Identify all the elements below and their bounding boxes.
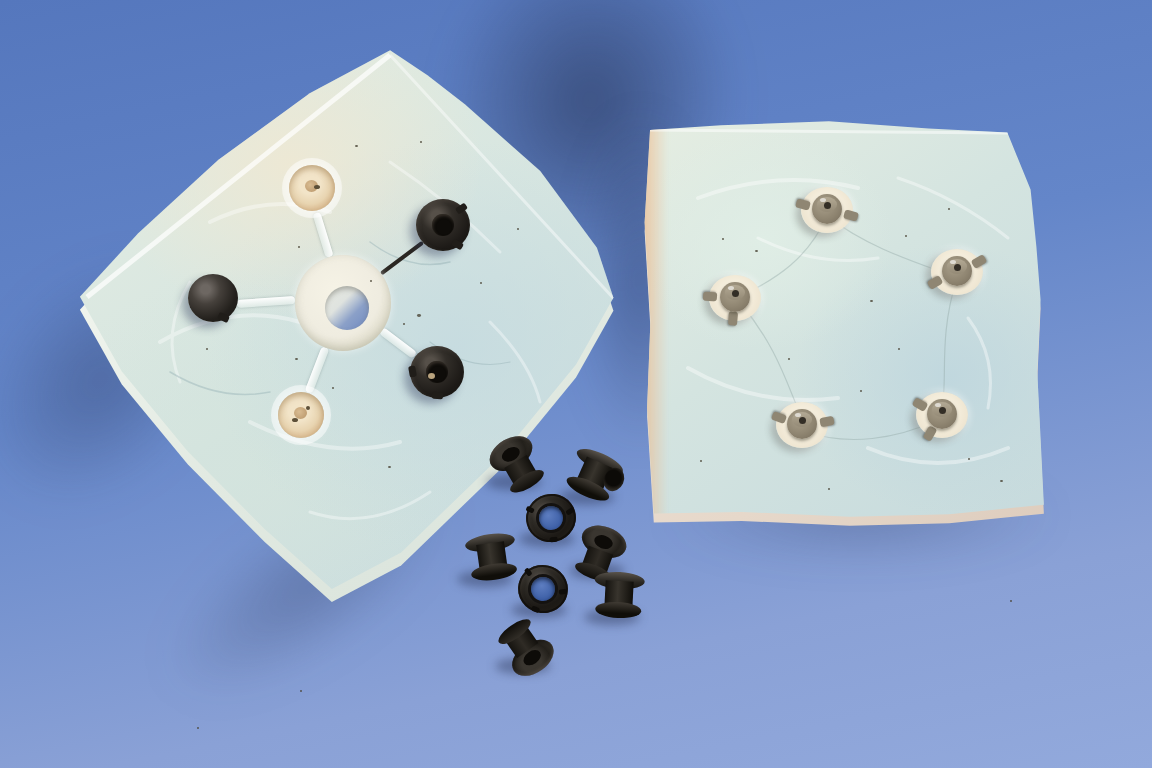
part-tab — [217, 312, 230, 323]
sprue-channel — [237, 296, 295, 308]
debris-speck — [860, 390, 862, 392]
center-boss — [295, 255, 391, 351]
core-tab — [970, 254, 987, 269]
debris-speck — [403, 323, 405, 325]
debris-speck — [206, 348, 208, 350]
part-tab — [408, 365, 417, 377]
debris-speck — [298, 246, 300, 248]
part-hole — [432, 214, 454, 236]
sprue-channel — [379, 327, 417, 359]
sprue-channel — [312, 212, 333, 258]
debris-speck — [417, 314, 421, 317]
mold-core — [709, 275, 761, 321]
debris-speck — [355, 145, 358, 147]
debris-speck — [420, 141, 422, 143]
core-hole — [954, 264, 961, 271]
debris-speck — [1000, 480, 1003, 482]
core-tab — [703, 291, 718, 301]
loose-part-6 — [514, 560, 573, 617]
core-tab — [819, 416, 834, 427]
core-tab — [912, 397, 929, 412]
debris-speck — [295, 358, 298, 360]
loose-part-7 — [590, 571, 648, 620]
dark-sprue — [380, 241, 424, 275]
debris-speck — [332, 387, 334, 389]
molded-part-attached — [188, 274, 238, 322]
debris-speck — [722, 238, 724, 240]
cavity-speck — [314, 185, 320, 189]
core-tab — [770, 411, 786, 424]
molded-part-attached — [410, 346, 464, 398]
debris-speck — [828, 488, 830, 490]
mold-core — [801, 187, 853, 233]
core-hole — [732, 290, 739, 297]
empty-cavity-top — [289, 165, 335, 211]
right-mold-half — [638, 118, 1053, 520]
debris-speck — [517, 228, 519, 230]
loose-part-4 — [461, 530, 523, 583]
core-tab — [728, 312, 738, 327]
center-boss-hole — [325, 286, 369, 330]
part-tab — [451, 239, 464, 251]
loose-part-detail — [549, 537, 557, 543]
core-tab — [843, 209, 859, 221]
part-tab — [432, 392, 444, 400]
debris-speck — [197, 727, 199, 729]
debris-speck — [898, 348, 900, 350]
debris-speck — [788, 358, 790, 360]
core-hole — [824, 202, 831, 209]
debris-speck — [948, 208, 950, 210]
debris-speck — [480, 282, 482, 284]
cavity-speck — [306, 406, 310, 410]
debris-speck — [968, 458, 970, 460]
core-hole — [939, 407, 946, 414]
part-tab — [455, 202, 468, 214]
part-hole — [426, 361, 448, 383]
debris-speck — [370, 280, 372, 282]
empty-cavity-bottom — [278, 392, 324, 438]
debris-speck — [755, 250, 758, 252]
core-tab — [927, 275, 944, 290]
debris-speck — [300, 690, 302, 692]
mold-core — [931, 249, 983, 295]
debris-speck — [870, 300, 873, 302]
sprue-channel — [305, 346, 330, 394]
debris-speck — [1010, 600, 1012, 602]
molded-part-attached — [416, 199, 470, 251]
mold-core — [776, 402, 828, 448]
cavity-speck — [292, 418, 298, 422]
loose-part-8 — [491, 612, 561, 684]
photo-silicone-molds — [0, 0, 1152, 768]
core-hole — [799, 417, 806, 424]
debris-speck — [700, 460, 702, 462]
core-tab — [795, 198, 811, 210]
debris-speck — [905, 235, 907, 237]
part-fleck — [428, 373, 435, 379]
right-mold-warm-edge — [638, 118, 668, 520]
loose-part-detail — [595, 601, 642, 619]
right-mold-surface — [638, 118, 1053, 520]
debris-speck — [388, 466, 391, 468]
mold-core — [916, 392, 968, 438]
